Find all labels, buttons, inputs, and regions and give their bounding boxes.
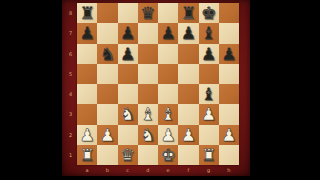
square-d1[interactable] [138,145,158,165]
square-h6[interactable]: ♟ [219,44,239,64]
square-c4[interactable] [118,84,138,104]
rank-label-2: 2 [66,125,75,145]
square-a6[interactable] [77,44,97,64]
square-d6[interactable] [138,44,158,64]
square-e2[interactable]: ♟ [158,125,178,145]
file-label-b: b [97,164,117,175]
square-h8[interactable] [219,3,239,23]
square-f5[interactable] [178,64,198,84]
square-e1[interactable]: ♚ [158,145,178,165]
square-d7[interactable] [138,23,158,43]
square-c1[interactable]: ♛ [118,145,138,165]
piece-black-pawn-c7[interactable]: ♟ [118,23,138,43]
file-label-c: c [118,164,138,175]
square-c8[interactable] [118,3,138,23]
piece-white-bishop-d3[interactable]: ♝ [138,104,158,124]
piece-black-queen-d8[interactable]: ♛ [138,3,158,23]
square-f6[interactable] [178,44,198,64]
square-b7[interactable] [97,23,117,43]
square-h7[interactable] [219,23,239,43]
square-g3[interactable]: ♟ [199,104,219,124]
square-g5[interactable] [199,64,219,84]
square-c5[interactable] [118,64,138,84]
square-f1[interactable] [178,145,198,165]
square-e3[interactable]: ♝ [158,104,178,124]
video-frame: 87654321 ♜♛♜♚♟♟♟♟♝♞♟♟♟♝♞♝♝♟♟♟♞♟♟♟♜♛♚♜ ab… [0,0,320,180]
rank-label-6: 6 [66,44,75,64]
rank-label-1: 1 [66,145,75,165]
rank-label-3: 3 [66,104,75,124]
piece-black-pawn-f7[interactable]: ♟ [178,23,198,43]
piece-black-king-g8[interactable]: ♚ [199,3,219,23]
square-f8[interactable]: ♜ [178,3,198,23]
piece-white-pawn-e2[interactable]: ♟ [158,125,178,145]
square-b4[interactable] [97,84,117,104]
file-label-e: e [158,164,178,175]
square-d5[interactable] [138,64,158,84]
rank-label-5: 5 [66,64,75,84]
square-a7[interactable]: ♟ [77,23,97,43]
square-g6[interactable]: ♟ [199,44,219,64]
piece-black-bishop-g4[interactable]: ♝ [199,84,219,104]
square-e8[interactable] [158,3,178,23]
square-a1[interactable]: ♜ [77,145,97,165]
square-b6[interactable]: ♞ [97,44,117,64]
piece-black-pawn-g6[interactable]: ♟ [199,44,219,64]
square-c7[interactable]: ♟ [118,23,138,43]
file-label-d: d [138,164,158,175]
square-h2[interactable]: ♟ [219,125,239,145]
piece-white-rook-a1[interactable]: ♜ [77,145,97,165]
chess-board[interactable]: ♜♛♜♚♟♟♟♟♝♞♟♟♟♝♞♝♝♟♟♟♞♟♟♟♜♛♚♜ [77,3,239,165]
square-g7[interactable]: ♝ [199,23,219,43]
square-f2[interactable]: ♟ [178,125,198,145]
square-e4[interactable] [158,84,178,104]
square-d2[interactable]: ♞ [138,125,158,145]
square-b3[interactable] [97,104,117,124]
square-f3[interactable] [178,104,198,124]
square-c2[interactable] [118,125,138,145]
square-h4[interactable] [219,84,239,104]
piece-black-bishop-g7[interactable]: ♝ [199,23,219,43]
piece-black-pawn-e7[interactable]: ♟ [158,23,178,43]
piece-white-pawn-b2[interactable]: ♟ [97,125,117,145]
square-a4[interactable] [77,84,97,104]
board-frame: 87654321 ♜♛♜♚♟♟♟♟♝♞♟♟♟♝♞♝♝♟♟♟♞♟♟♟♜♛♚♜ ab… [62,0,250,176]
piece-white-rook-g1[interactable]: ♜ [199,145,219,165]
square-b8[interactable] [97,3,117,23]
square-d3[interactable]: ♝ [138,104,158,124]
rank-label-7: 7 [66,23,75,43]
square-b5[interactable] [97,64,117,84]
square-h5[interactable] [219,64,239,84]
square-b2[interactable]: ♟ [97,125,117,145]
rank-label-8: 8 [66,3,75,23]
piece-white-pawn-a2[interactable]: ♟ [77,125,97,145]
square-e7[interactable]: ♟ [158,23,178,43]
square-f4[interactable] [178,84,198,104]
square-a2[interactable]: ♟ [77,125,97,145]
square-c6[interactable]: ♟ [118,44,138,64]
square-d8[interactable]: ♛ [138,3,158,23]
file-labels: abcdefgh [77,164,239,175]
file-label-f: f [178,164,198,175]
square-c3[interactable]: ♞ [118,104,138,124]
square-e5[interactable] [158,64,178,84]
square-d4[interactable] [138,84,158,104]
square-h1[interactable] [219,145,239,165]
file-label-h: h [219,164,239,175]
file-label-g: g [199,164,219,175]
file-label-a: a [77,164,97,175]
square-a3[interactable] [77,104,97,124]
rank-labels: 87654321 [66,3,75,165]
square-a5[interactable] [77,64,97,84]
square-a8[interactable]: ♜ [77,3,97,23]
piece-white-pawn-f2[interactable]: ♟ [178,125,198,145]
square-g4[interactable]: ♝ [199,84,219,104]
piece-black-pawn-c6[interactable]: ♟ [118,44,138,64]
piece-black-knight-b6[interactable]: ♞ [97,44,117,64]
square-e6[interactable] [158,44,178,64]
piece-white-king-e1[interactable]: ♚ [158,145,178,165]
piece-white-pawn-h2[interactable]: ♟ [219,125,239,145]
piece-black-rook-f8[interactable]: ♜ [178,3,198,23]
square-g1[interactable]: ♜ [199,145,219,165]
rank-label-4: 4 [66,84,75,104]
piece-black-rook-a8[interactable]: ♜ [77,3,97,23]
piece-white-bishop-e3[interactable]: ♝ [158,104,178,124]
square-g8[interactable]: ♚ [199,3,219,23]
piece-black-pawn-a7[interactable]: ♟ [77,23,97,43]
piece-white-knight-d2[interactable]: ♞ [138,125,158,145]
piece-white-queen-c1[interactable]: ♛ [118,145,138,165]
square-h3[interactable] [219,104,239,124]
piece-white-pawn-g3[interactable]: ♟ [199,104,219,124]
square-b1[interactable] [97,145,117,165]
square-g2[interactable] [199,125,219,145]
piece-black-pawn-h6[interactable]: ♟ [219,44,239,64]
square-f7[interactable]: ♟ [178,23,198,43]
piece-white-knight-c3[interactable]: ♞ [118,104,138,124]
